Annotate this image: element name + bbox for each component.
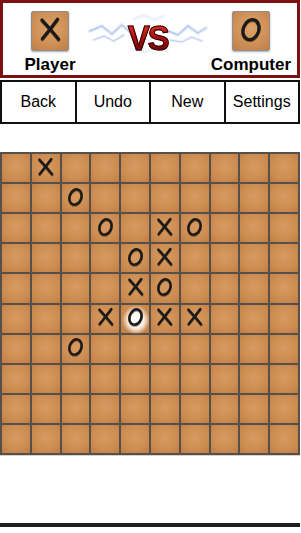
- board-cell[interactable]: [91, 425, 119, 453]
- board-cell[interactable]: [181, 154, 209, 182]
- board-cell[interactable]: [62, 425, 90, 453]
- board-cell[interactable]: [121, 425, 149, 453]
- board-cell[interactable]: [181, 214, 209, 242]
- x-piece-icon: [125, 275, 146, 302]
- board-cell[interactable]: [270, 395, 298, 423]
- board-cell[interactable]: [32, 365, 60, 393]
- board-cell[interactable]: [32, 214, 60, 242]
- board-cell[interactable]: [62, 184, 90, 212]
- board-cell[interactable]: [211, 395, 239, 423]
- board-cell[interactable]: [181, 335, 209, 363]
- undo-button[interactable]: Undo: [75, 80, 152, 124]
- app-screen: Player VS: [0, 0, 300, 533]
- board-cell[interactable]: [181, 244, 209, 272]
- board-cell[interactable]: [91, 274, 119, 302]
- board-cell[interactable]: [2, 274, 30, 302]
- board-cell[interactable]: [121, 305, 149, 333]
- board-cell[interactable]: [62, 305, 90, 333]
- board-cell[interactable]: [121, 335, 149, 363]
- x-piece-icon: [154, 245, 175, 272]
- board-cell[interactable]: [151, 425, 179, 453]
- o-piece-icon: [125, 245, 146, 272]
- board-cell[interactable]: [151, 305, 179, 333]
- board-cell[interactable]: [270, 425, 298, 453]
- board-cell[interactable]: [270, 305, 298, 333]
- board-cell[interactable]: [2, 395, 30, 423]
- board-cell[interactable]: [2, 335, 30, 363]
- board-cell[interactable]: [211, 154, 239, 182]
- x-piece-icon: [154, 305, 175, 332]
- board-cell[interactable]: [121, 365, 149, 393]
- board-cell[interactable]: [181, 305, 209, 333]
- board-cell[interactable]: [240, 154, 268, 182]
- player-side: Player: [15, 11, 85, 73]
- board-cell[interactable]: [240, 365, 268, 393]
- board-cell[interactable]: [211, 184, 239, 212]
- board-cell[interactable]: [181, 274, 209, 302]
- board-cell[interactable]: [91, 214, 119, 242]
- o-piece-icon: [65, 185, 86, 212]
- board-cell[interactable]: [91, 154, 119, 182]
- board-cell[interactable]: [91, 184, 119, 212]
- board-cell[interactable]: [2, 365, 30, 393]
- toolbar: Back Undo New Settings: [0, 80, 300, 124]
- board-cell[interactable]: [2, 184, 30, 212]
- board-cell[interactable]: [91, 244, 119, 272]
- board-cell[interactable]: [91, 305, 119, 333]
- board-cell[interactable]: [240, 425, 268, 453]
- o-piece-icon: [154, 275, 175, 302]
- board-cell[interactable]: [32, 244, 60, 272]
- board-cell[interactable]: [181, 365, 209, 393]
- board-cell[interactable]: [240, 244, 268, 272]
- board-cell[interactable]: [151, 154, 179, 182]
- board-cell[interactable]: [240, 184, 268, 212]
- board-cell[interactable]: [2, 244, 30, 272]
- board-cell[interactable]: [2, 214, 30, 242]
- new-button[interactable]: New: [149, 80, 226, 124]
- x-piece-icon: [35, 155, 56, 182]
- board-cell[interactable]: [211, 244, 239, 272]
- x-piece-icon: [154, 215, 175, 242]
- board-cell[interactable]: [151, 365, 179, 393]
- board-cell[interactable]: [151, 335, 179, 363]
- bottom-frame-bar: [0, 523, 300, 527]
- board-cell[interactable]: [240, 335, 268, 363]
- board-cell[interactable]: [32, 154, 60, 182]
- board-cell[interactable]: [121, 154, 149, 182]
- board-cell[interactable]: [32, 425, 60, 453]
- board-cell[interactable]: [121, 274, 149, 302]
- board-cell[interactable]: [270, 335, 298, 363]
- board-cell[interactable]: [32, 184, 60, 212]
- board-cell[interactable]: [211, 335, 239, 363]
- board-cell[interactable]: [211, 365, 239, 393]
- board-cell[interactable]: [121, 244, 149, 272]
- vs-label: VS: [128, 18, 168, 58]
- versus-header: Player VS: [0, 0, 300, 78]
- board-cell[interactable]: [181, 395, 209, 423]
- board-cell[interactable]: [2, 425, 30, 453]
- board-cell[interactable]: [240, 305, 268, 333]
- player-label: Player: [24, 56, 75, 73]
- x-piece-icon: [36, 14, 64, 48]
- board-wrap: [0, 152, 300, 456]
- board-cell[interactable]: [270, 184, 298, 212]
- board-cell[interactable]: [240, 395, 268, 423]
- board-cell[interactable]: [270, 154, 298, 182]
- vs-logo: VS: [85, 3, 211, 73]
- board-cell[interactable]: [121, 184, 149, 212]
- game-board: [0, 152, 300, 455]
- board-cell[interactable]: [62, 214, 90, 242]
- x-piece-icon: [184, 305, 205, 332]
- board-cell[interactable]: [151, 274, 179, 302]
- board-cell[interactable]: [211, 274, 239, 302]
- board-cell[interactable]: [91, 395, 119, 423]
- board-cell[interactable]: [62, 365, 90, 393]
- board-cell[interactable]: [91, 365, 119, 393]
- computer-symbol-tile: [232, 11, 270, 51]
- o-piece-icon: [95, 215, 116, 242]
- board-cell[interactable]: [62, 274, 90, 302]
- o-piece-icon: [237, 14, 265, 48]
- o-piece-icon: [65, 335, 86, 362]
- computer-label: Computer: [211, 56, 291, 73]
- board-cell[interactable]: [62, 395, 90, 423]
- board-cell[interactable]: [2, 305, 30, 333]
- board-cell[interactable]: [62, 335, 90, 363]
- board-cell[interactable]: [121, 214, 149, 242]
- board-cell[interactable]: [151, 184, 179, 212]
- o-piece-icon: [125, 305, 146, 332]
- board-cell[interactable]: [181, 184, 209, 212]
- board-cell[interactable]: [270, 274, 298, 302]
- board-cell[interactable]: [270, 365, 298, 393]
- back-button[interactable]: Back: [0, 80, 77, 124]
- board-cell[interactable]: [32, 305, 60, 333]
- board-cell[interactable]: [121, 395, 149, 423]
- board-cell[interactable]: [91, 335, 119, 363]
- board-cell[interactable]: [32, 335, 60, 363]
- board-cell[interactable]: [181, 425, 209, 453]
- o-piece-icon: [184, 215, 205, 242]
- board-cell[interactable]: [151, 214, 179, 242]
- board-cell[interactable]: [270, 214, 298, 242]
- board-cell[interactable]: [240, 214, 268, 242]
- board-cell[interactable]: [62, 244, 90, 272]
- player-symbol-tile: [31, 11, 69, 51]
- board-cell[interactable]: [270, 244, 298, 272]
- board-cell[interactable]: [62, 154, 90, 182]
- board-cell[interactable]: [151, 244, 179, 272]
- board-cell[interactable]: [211, 425, 239, 453]
- board-cell[interactable]: [32, 395, 60, 423]
- board-cell[interactable]: [151, 395, 179, 423]
- x-piece-icon: [95, 305, 116, 332]
- board-cell[interactable]: [2, 154, 30, 182]
- board-cell[interactable]: [240, 274, 268, 302]
- settings-button[interactable]: Settings: [224, 80, 301, 124]
- board-cell[interactable]: [32, 274, 60, 302]
- board-cell[interactable]: [211, 214, 239, 242]
- board-cell[interactable]: [211, 305, 239, 333]
- computer-side: Computer: [211, 11, 291, 73]
